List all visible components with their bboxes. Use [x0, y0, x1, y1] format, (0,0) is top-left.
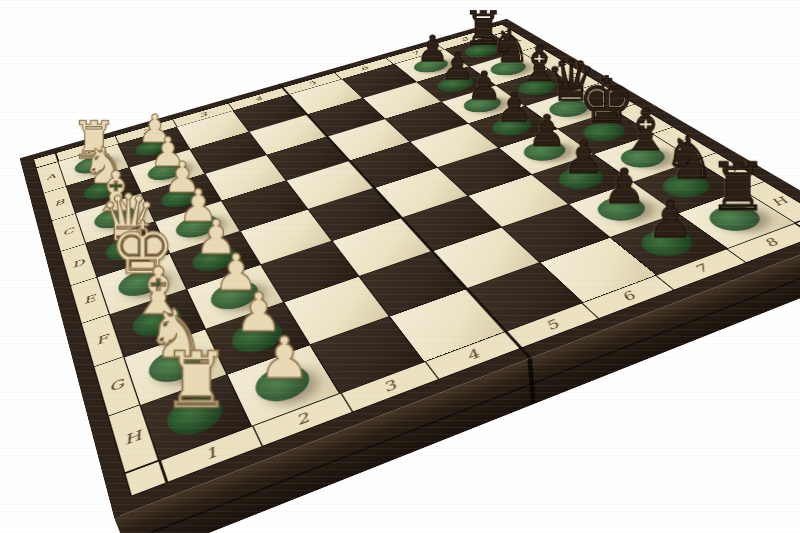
black-rook: ♜: [709, 154, 769, 221]
white-pawn: ♟: [258, 330, 309, 387]
brass-clasp-lower: [76, 366, 90, 409]
black-pawn: ♟: [603, 162, 647, 211]
chess-set-photo: 12345678 ABCDEFGH ♜♟♟♜♞♟♟♞♝♟♟♝♛♟♟♛♚♟♟♚♝♟…: [0, 0, 800, 533]
scene-rotation: 12345678 ABCDEFGH ♜♟♟♜♞♟♟♞♝♟♟♝♛♟♟♛♚♟♟♚♝♟…: [0, 0, 800, 533]
brass-clasp-upper: [43, 242, 54, 276]
black-pawn: ♟: [528, 109, 567, 152]
black-pawn: ♟: [648, 194, 694, 246]
squares: ♜♟♟♜♞♟♟♞♝♟♟♝♛♟♟♛♚♟♟♚♝♟♟♝♞♟♟♞♜♟♟♜: [58, 35, 794, 460]
white-rook: ♜: [161, 342, 230, 419]
chess-board: 12345678 ABCDEFGH ♜♟♟♜♞♟♟♞♝♟♟♝♛♟♟♛♚♟♟♚♝♟…: [20, 19, 800, 518]
scene: 12345678 ABCDEFGH ♜♟♟♜♞♟♟♞♝♟♟♝♛♟♟♛♚♟♟♚♝♟…: [0, 0, 800, 533]
black-pawn: ♟: [563, 134, 604, 180]
